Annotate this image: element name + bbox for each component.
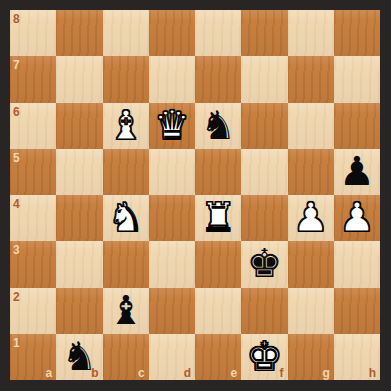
black-knight-e6[interactable]: ♞ xyxy=(200,105,236,145)
square-g2[interactable] xyxy=(288,288,334,334)
rank-label-4: 4 xyxy=(13,197,20,211)
rank-label-1: 1 xyxy=(13,336,20,350)
square-f3[interactable]: ♚ xyxy=(241,241,287,287)
white-queen-d6[interactable]: ♛ xyxy=(154,105,190,145)
square-g1[interactable]: g xyxy=(288,334,334,380)
square-e3[interactable] xyxy=(195,241,241,287)
white-king-f1[interactable]: ♚ xyxy=(246,336,282,376)
file-label-a: a xyxy=(46,366,53,380)
square-d6[interactable]: ♛ xyxy=(149,103,195,149)
square-h4[interactable]: ♟ xyxy=(334,195,380,241)
chess-board: 876♝♛♞5♟4♞♜♟♟3♚2♝1ab♞cdef♚gh xyxy=(10,10,380,380)
square-b4[interactable] xyxy=(56,195,102,241)
square-c4[interactable]: ♞ xyxy=(103,195,149,241)
black-king-f3[interactable]: ♚ xyxy=(246,243,282,283)
square-a4[interactable]: 4 xyxy=(10,195,56,241)
square-g3[interactable] xyxy=(288,241,334,287)
white-knight-c4[interactable]: ♞ xyxy=(108,197,144,237)
square-a8[interactable]: 8 xyxy=(10,10,56,56)
square-b6[interactable] xyxy=(56,103,102,149)
square-b3[interactable] xyxy=(56,241,102,287)
board-frame: 876♝♛♞5♟4♞♜♟♟3♚2♝1ab♞cdef♚gh xyxy=(0,0,391,391)
square-c2[interactable]: ♝ xyxy=(103,288,149,334)
square-d7[interactable] xyxy=(149,56,195,102)
square-f5[interactable] xyxy=(241,149,287,195)
square-c1[interactable]: c xyxy=(103,334,149,380)
square-a1[interactable]: 1a xyxy=(10,334,56,380)
square-h3[interactable] xyxy=(334,241,380,287)
rank-label-6: 6 xyxy=(13,105,20,119)
square-f1[interactable]: f♚ xyxy=(241,334,287,380)
square-d8[interactable] xyxy=(149,10,195,56)
square-f4[interactable] xyxy=(241,195,287,241)
square-e5[interactable] xyxy=(195,149,241,195)
rank-label-2: 2 xyxy=(13,290,20,304)
white-pawn-h4[interactable]: ♟ xyxy=(339,197,375,237)
square-c6[interactable]: ♝ xyxy=(103,103,149,149)
square-h6[interactable] xyxy=(334,103,380,149)
rank-label-7: 7 xyxy=(13,58,20,72)
square-a3[interactable]: 3 xyxy=(10,241,56,287)
square-d4[interactable] xyxy=(149,195,195,241)
square-a2[interactable]: 2 xyxy=(10,288,56,334)
square-f6[interactable] xyxy=(241,103,287,149)
black-pawn-h5[interactable]: ♟ xyxy=(339,151,375,191)
white-bishop-c6[interactable]: ♝ xyxy=(108,105,144,145)
file-label-g: g xyxy=(322,366,329,380)
square-c7[interactable] xyxy=(103,56,149,102)
square-d3[interactable] xyxy=(149,241,195,287)
square-c8[interactable] xyxy=(103,10,149,56)
square-b1[interactable]: b♞ xyxy=(56,334,102,380)
black-knight-b1[interactable]: ♞ xyxy=(61,336,97,376)
file-label-h: h xyxy=(369,366,376,380)
file-label-e: e xyxy=(231,366,238,380)
square-h1[interactable]: h xyxy=(334,334,380,380)
square-h7[interactable] xyxy=(334,56,380,102)
square-h5[interactable]: ♟ xyxy=(334,149,380,195)
square-e8[interactable] xyxy=(195,10,241,56)
square-c3[interactable] xyxy=(103,241,149,287)
square-g7[interactable] xyxy=(288,56,334,102)
square-a7[interactable]: 7 xyxy=(10,56,56,102)
square-b2[interactable] xyxy=(56,288,102,334)
square-e7[interactable] xyxy=(195,56,241,102)
square-d5[interactable] xyxy=(149,149,195,195)
square-g5[interactable] xyxy=(288,149,334,195)
square-d1[interactable]: d xyxy=(149,334,195,380)
square-a5[interactable]: 5 xyxy=(10,149,56,195)
square-h2[interactable] xyxy=(334,288,380,334)
file-label-d: d xyxy=(184,366,191,380)
square-h8[interactable] xyxy=(334,10,380,56)
white-rook-e4[interactable]: ♜ xyxy=(200,197,236,237)
square-c5[interactable] xyxy=(103,149,149,195)
square-d2[interactable] xyxy=(149,288,195,334)
square-g6[interactable] xyxy=(288,103,334,149)
rank-label-3: 3 xyxy=(13,243,20,257)
black-bishop-c2[interactable]: ♝ xyxy=(108,290,144,330)
square-f8[interactable] xyxy=(241,10,287,56)
square-e6[interactable]: ♞ xyxy=(195,103,241,149)
rank-label-8: 8 xyxy=(13,12,20,26)
rank-label-5: 5 xyxy=(13,151,20,165)
square-b8[interactable] xyxy=(56,10,102,56)
square-f7[interactable] xyxy=(241,56,287,102)
square-b5[interactable] xyxy=(56,149,102,195)
file-label-c: c xyxy=(138,366,145,380)
white-pawn-g4[interactable]: ♟ xyxy=(293,197,329,237)
square-a6[interactable]: 6 xyxy=(10,103,56,149)
square-g8[interactable] xyxy=(288,10,334,56)
square-e2[interactable] xyxy=(195,288,241,334)
square-e1[interactable]: e xyxy=(195,334,241,380)
square-b7[interactable] xyxy=(56,56,102,102)
square-g4[interactable]: ♟ xyxy=(288,195,334,241)
square-f2[interactable] xyxy=(241,288,287,334)
square-e4[interactable]: ♜ xyxy=(195,195,241,241)
